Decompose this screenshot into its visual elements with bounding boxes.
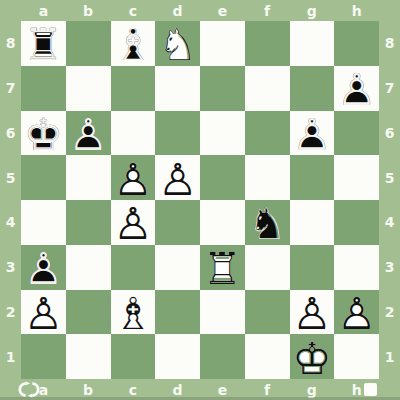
square-g3[interactable]	[290, 245, 335, 290]
chess-board: ♜♖♝♗♞♘♟♙♚♔♟♙♟♙♟♙♟♙♟♙♞♘♟♙♜♖♟♙♝♗♟♙♟♙♚♔	[21, 21, 379, 379]
square-c2[interactable]: ♝♗	[111, 290, 156, 335]
rank-label-right-5: 5	[379, 155, 400, 200]
square-h3[interactable]	[334, 245, 379, 290]
square-e6[interactable]	[200, 111, 245, 156]
square-a5[interactable]	[21, 155, 66, 200]
file-label-top-f: f	[245, 0, 290, 21]
black-rook-a8[interactable]: ♜♖	[21, 21, 66, 66]
square-h1[interactable]	[334, 334, 379, 379]
white-pawn-c4[interactable]: ♟♙	[111, 200, 156, 245]
rank-label-left-3: 3	[0, 245, 21, 290]
square-f7[interactable]	[245, 66, 290, 111]
file-label-bottom-e: e	[200, 379, 245, 400]
chess-puzzle-widget: abcdefgh abcdefgh 87654321 87654321 ♜♖♝♗…	[0, 0, 400, 400]
square-a2[interactable]: ♟♙	[21, 290, 66, 335]
square-e8[interactable]	[200, 21, 245, 66]
square-c4[interactable]: ♟♙	[111, 200, 156, 245]
square-b3[interactable]	[66, 245, 111, 290]
white-pawn-g2[interactable]: ♟♙	[290, 290, 335, 335]
square-d1[interactable]	[155, 334, 200, 379]
square-e5[interactable]	[200, 155, 245, 200]
square-h4[interactable]	[334, 200, 379, 245]
square-f3[interactable]	[245, 245, 290, 290]
file-label-top-g: g	[290, 0, 335, 21]
rank-label-right-4: 4	[379, 200, 400, 245]
square-e1[interactable]	[200, 334, 245, 379]
square-b6[interactable]: ♟♙	[66, 111, 111, 156]
square-g6[interactable]: ♟♙	[290, 111, 335, 156]
square-d4[interactable]	[155, 200, 200, 245]
square-h5[interactable]	[334, 155, 379, 200]
rank-label-right-3: 3	[379, 245, 400, 290]
file-label-top-b: b	[66, 0, 111, 21]
square-e2[interactable]	[200, 290, 245, 335]
white-king-g1[interactable]: ♚♔	[290, 334, 335, 379]
square-h7[interactable]: ♟♙	[334, 66, 379, 111]
rank-label-left-5: 5	[0, 155, 21, 200]
white-knight-d8[interactable]: ♞♘	[155, 21, 200, 66]
black-knight-f4[interactable]: ♞♘	[245, 200, 290, 245]
white-pawn-c5[interactable]: ♟♙	[111, 155, 156, 200]
file-label-bottom-b: b	[66, 379, 111, 400]
square-c5[interactable]: ♟♙	[111, 155, 156, 200]
rank-label-left-2: 2	[0, 290, 21, 335]
file-label-top-e: e	[200, 0, 245, 21]
file-label-top-d: d	[155, 0, 200, 21]
square-h2[interactable]: ♟♙	[334, 290, 379, 335]
rank-label-left-7: 7	[0, 66, 21, 111]
square-e4[interactable]	[200, 200, 245, 245]
square-g7[interactable]	[290, 66, 335, 111]
rank-label-right-8: 8	[379, 21, 400, 66]
file-label-top-a: a	[21, 0, 66, 21]
file-label-bottom-c: c	[111, 379, 156, 400]
rank-label-left-6: 6	[0, 111, 21, 156]
rank-label-left-1: 1	[0, 334, 21, 379]
square-g1[interactable]: ♚♔	[290, 334, 335, 379]
square-h6[interactable]	[334, 111, 379, 156]
square-a8[interactable]: ♜♖	[21, 21, 66, 66]
square-f1[interactable]	[245, 334, 290, 379]
rank-label-right-7: 7	[379, 66, 400, 111]
square-b7[interactable]	[66, 66, 111, 111]
square-g2[interactable]: ♟♙	[290, 290, 335, 335]
white-rook-e3[interactable]: ♜♖	[200, 245, 245, 290]
corner-square-icon	[364, 383, 377, 396]
square-d5[interactable]: ♟♙	[155, 155, 200, 200]
square-b5[interactable]	[66, 155, 111, 200]
square-g8[interactable]	[290, 21, 335, 66]
square-c1[interactable]	[111, 334, 156, 379]
file-label-bottom-f: f	[245, 379, 290, 400]
square-a6[interactable]: ♚♔	[21, 111, 66, 156]
rank-label-left-8: 8	[0, 21, 21, 66]
white-bishop-c2[interactable]: ♝♗	[111, 290, 156, 335]
file-labels-top: abcdefgh	[21, 0, 379, 21]
square-c8[interactable]: ♝♗	[111, 21, 156, 66]
square-d8[interactable]: ♞♘	[155, 21, 200, 66]
white-pawn-a2[interactable]: ♟♙	[21, 290, 66, 335]
file-label-top-c: c	[111, 0, 156, 21]
square-d6[interactable]	[155, 111, 200, 156]
black-king-a6[interactable]: ♚♔	[21, 111, 66, 156]
rank-labels-left: 87654321	[0, 21, 21, 379]
rank-label-left-4: 4	[0, 200, 21, 245]
square-h8[interactable]	[334, 21, 379, 66]
square-a3[interactable]: ♟♙	[21, 245, 66, 290]
rank-labels-right: 87654321	[379, 21, 400, 379]
square-g5[interactable]	[290, 155, 335, 200]
square-e3[interactable]: ♜♖	[200, 245, 245, 290]
square-a1[interactable]	[21, 334, 66, 379]
black-pawn-h7[interactable]: ♟♙	[334, 66, 379, 111]
square-c7[interactable]	[111, 66, 156, 111]
white-pawn-d5[interactable]: ♟♙	[155, 155, 200, 200]
square-b1[interactable]	[66, 334, 111, 379]
square-f8[interactable]	[245, 21, 290, 66]
square-d2[interactable]	[155, 290, 200, 335]
square-f6[interactable]	[245, 111, 290, 156]
square-b2[interactable]	[66, 290, 111, 335]
square-f5[interactable]	[245, 155, 290, 200]
square-d3[interactable]	[155, 245, 200, 290]
rank-label-right-2: 2	[379, 290, 400, 335]
white-pawn-h2[interactable]: ♟♙	[334, 290, 379, 335]
square-g4[interactable]	[290, 200, 335, 245]
black-bishop-c8[interactable]: ♝♗	[111, 21, 156, 66]
rank-label-right-6: 6	[379, 111, 400, 156]
square-c3[interactable]	[111, 245, 156, 290]
file-label-bottom-d: d	[155, 379, 200, 400]
square-f2[interactable]	[245, 290, 290, 335]
black-pawn-a3[interactable]: ♟♙	[21, 245, 66, 290]
black-pawn-b6[interactable]: ♟♙	[66, 111, 111, 156]
square-f4[interactable]: ♞♘	[245, 200, 290, 245]
square-c6[interactable]	[111, 111, 156, 156]
square-b8[interactable]	[66, 21, 111, 66]
square-b4[interactable]	[66, 200, 111, 245]
square-a4[interactable]	[21, 200, 66, 245]
square-d7[interactable]	[155, 66, 200, 111]
square-e7[interactable]	[200, 66, 245, 111]
square-a7[interactable]	[21, 66, 66, 111]
rotate-board-icon[interactable]	[15, 381, 43, 398]
black-pawn-g6[interactable]: ♟♙	[290, 111, 335, 156]
file-label-top-h: h	[334, 0, 379, 21]
rank-label-right-1: 1	[379, 334, 400, 379]
